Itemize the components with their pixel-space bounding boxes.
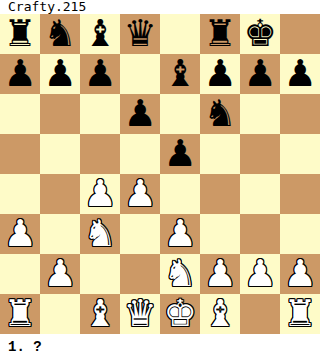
square-e6[interactable]	[160, 94, 200, 134]
square-d1[interactable]: ♛	[120, 294, 160, 334]
square-b6[interactable]	[40, 94, 80, 134]
square-d6[interactable]: ♟	[120, 94, 160, 134]
square-g7[interactable]: ♟	[240, 54, 280, 94]
square-f8[interactable]: ♜	[200, 14, 240, 54]
piece-black-rook[interactable]: ♜	[203, 14, 236, 54]
piece-white-pawn[interactable]: ♟	[83, 174, 116, 214]
square-f7[interactable]: ♟	[200, 54, 240, 94]
square-h5[interactable]	[280, 134, 320, 174]
square-c5[interactable]	[80, 134, 120, 174]
square-h4[interactable]	[280, 174, 320, 214]
square-e8[interactable]	[160, 14, 200, 54]
piece-white-pawn[interactable]: ♟	[203, 254, 236, 294]
square-d7[interactable]	[120, 54, 160, 94]
square-f3[interactable]	[200, 214, 240, 254]
square-a5[interactable]	[0, 134, 40, 174]
square-a6[interactable]	[0, 94, 40, 134]
square-e3[interactable]: ♟	[160, 214, 200, 254]
square-b2[interactable]: ♟	[40, 254, 80, 294]
square-g3[interactable]	[240, 214, 280, 254]
piece-white-pawn[interactable]: ♟	[283, 254, 316, 294]
square-c8[interactable]: ♝	[80, 14, 120, 54]
piece-black-pawn[interactable]: ♟	[243, 54, 276, 94]
piece-black-knight[interactable]: ♞	[43, 14, 76, 54]
square-c7[interactable]: ♟	[80, 54, 120, 94]
square-b4[interactable]	[40, 174, 80, 214]
square-d8[interactable]: ♛	[120, 14, 160, 54]
piece-white-rook[interactable]: ♜	[283, 294, 316, 334]
piece-black-pawn[interactable]: ♟	[203, 54, 236, 94]
square-e1[interactable]: ♚	[160, 294, 200, 334]
square-h1[interactable]: ♜	[280, 294, 320, 334]
square-d5[interactable]	[120, 134, 160, 174]
square-h3[interactable]	[280, 214, 320, 254]
square-h7[interactable]: ♟	[280, 54, 320, 94]
piece-white-knight[interactable]: ♞	[163, 254, 196, 294]
move-prompt: 1. ?	[0, 334, 320, 360]
square-g4[interactable]	[240, 174, 280, 214]
square-a2[interactable]	[0, 254, 40, 294]
piece-white-pawn[interactable]: ♟	[163, 214, 196, 254]
square-a7[interactable]: ♟	[0, 54, 40, 94]
square-g6[interactable]	[240, 94, 280, 134]
piece-black-bishop[interactable]: ♝	[83, 14, 116, 54]
piece-white-pawn[interactable]: ♟	[243, 254, 276, 294]
piece-white-bishop[interactable]: ♝	[83, 294, 116, 334]
square-c4[interactable]: ♟	[80, 174, 120, 214]
square-e4[interactable]	[160, 174, 200, 214]
piece-black-pawn[interactable]: ♟	[163, 134, 196, 174]
piece-white-pawn[interactable]: ♟	[43, 254, 76, 294]
piece-white-bishop[interactable]: ♝	[203, 294, 236, 334]
square-a8[interactable]: ♜	[0, 14, 40, 54]
piece-black-knight[interactable]: ♞	[203, 94, 236, 134]
square-g8[interactable]: ♚	[240, 14, 280, 54]
square-g5[interactable]	[240, 134, 280, 174]
piece-white-king[interactable]: ♚	[163, 294, 196, 334]
square-a3[interactable]: ♟	[0, 214, 40, 254]
square-f6[interactable]: ♞	[200, 94, 240, 134]
square-e5[interactable]: ♟	[160, 134, 200, 174]
square-h8[interactable]	[280, 14, 320, 54]
piece-black-king[interactable]: ♚	[243, 14, 276, 54]
piece-white-pawn[interactable]: ♟	[123, 174, 156, 214]
piece-white-knight[interactable]: ♞	[83, 214, 116, 254]
piece-black-pawn[interactable]: ♟	[283, 54, 316, 94]
piece-black-queen[interactable]: ♛	[123, 14, 156, 54]
square-c2[interactable]	[80, 254, 120, 294]
square-f2[interactable]: ♟	[200, 254, 240, 294]
square-c6[interactable]	[80, 94, 120, 134]
square-d2[interactable]	[120, 254, 160, 294]
square-g2[interactable]: ♟	[240, 254, 280, 294]
square-g1[interactable]	[240, 294, 280, 334]
square-f4[interactable]	[200, 174, 240, 214]
square-a1[interactable]: ♜	[0, 294, 40, 334]
square-d4[interactable]: ♟	[120, 174, 160, 214]
square-h2[interactable]: ♟	[280, 254, 320, 294]
square-h6[interactable]	[280, 94, 320, 134]
square-b8[interactable]: ♞	[40, 14, 80, 54]
square-e2[interactable]: ♞	[160, 254, 200, 294]
square-b5[interactable]	[40, 134, 80, 174]
xboard-window: Crafty.215 ♜♞♝♛♜♚♟♟♟♝♟♟♟♟♞♟♟♟♟♞♟♟♞♟♟♟♜♝♛…	[0, 0, 320, 360]
square-b3[interactable]	[40, 214, 80, 254]
window-title: Crafty.215	[0, 0, 320, 14]
square-b1[interactable]	[40, 294, 80, 334]
square-d3[interactable]	[120, 214, 160, 254]
piece-black-pawn[interactable]: ♟	[123, 94, 156, 134]
piece-black-bishop[interactable]: ♝	[163, 54, 196, 94]
square-a4[interactable]	[0, 174, 40, 214]
square-b7[interactable]: ♟	[40, 54, 80, 94]
piece-black-rook[interactable]: ♜	[3, 14, 36, 54]
piece-black-pawn[interactable]: ♟	[83, 54, 116, 94]
square-f1[interactable]: ♝	[200, 294, 240, 334]
piece-white-pawn[interactable]: ♟	[3, 214, 36, 254]
chess-board: ♜♞♝♛♜♚♟♟♟♝♟♟♟♟♞♟♟♟♟♞♟♟♞♟♟♟♜♝♛♚♝♜	[0, 14, 320, 334]
piece-black-pawn[interactable]: ♟	[3, 54, 36, 94]
square-e7[interactable]: ♝	[160, 54, 200, 94]
square-f5[interactable]	[200, 134, 240, 174]
piece-black-pawn[interactable]: ♟	[43, 54, 76, 94]
square-c1[interactable]: ♝	[80, 294, 120, 334]
piece-white-rook[interactable]: ♜	[3, 294, 36, 334]
square-c3[interactable]: ♞	[80, 214, 120, 254]
piece-white-queen[interactable]: ♛	[123, 294, 156, 334]
